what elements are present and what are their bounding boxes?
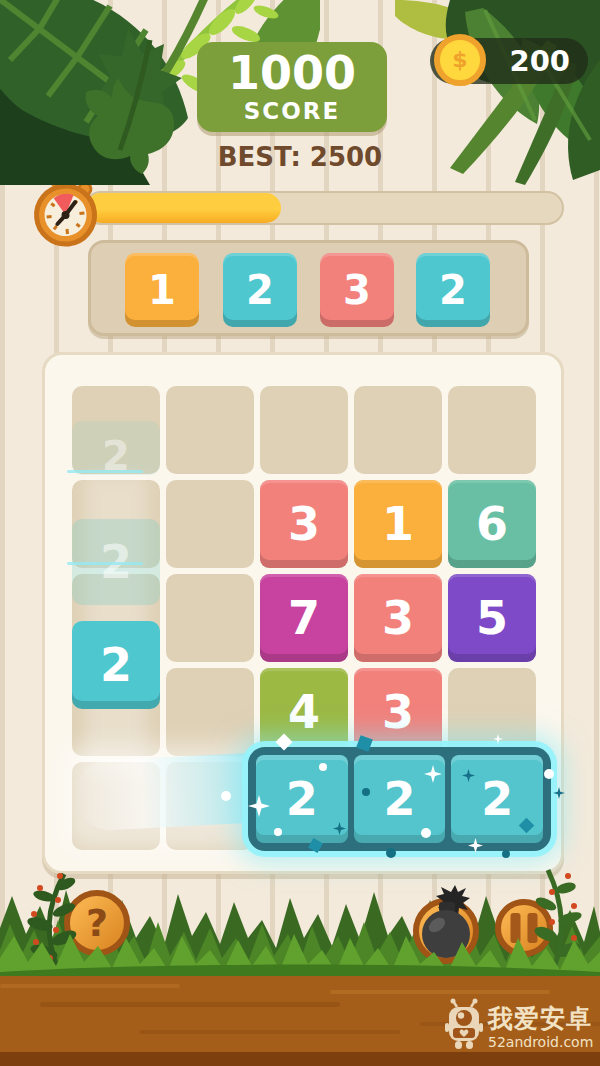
sparkle <box>502 850 510 858</box>
grid-cell[interactable]: 4 <box>260 668 348 756</box>
grid-cell[interactable]: 3 <box>354 668 442 756</box>
board-tile-5[interactable]: 5 <box>448 574 536 662</box>
score-value: 1000 <box>197 48 387 98</box>
tray-tile-1[interactable]: 1 <box>125 253 199 327</box>
tray-tile-2[interactable]: 2 <box>223 253 297 327</box>
grid-cell[interactable]: 6 <box>448 480 536 568</box>
board-tile-6[interactable]: 6 <box>448 480 536 568</box>
mascot-icon <box>444 998 484 1054</box>
timer-progress-fill <box>86 193 281 223</box>
grid-cell[interactable] <box>166 668 254 756</box>
grid-cell[interactable] <box>260 386 348 474</box>
best-score-text: BEST: 2500 <box>150 142 450 172</box>
tile-tray: 1232 <box>88 240 529 336</box>
timer-stopwatch-icon <box>22 166 110 254</box>
tray-tile-2[interactable]: 2 <box>416 253 490 327</box>
merge-tile-2[interactable]: 2 <box>354 755 446 843</box>
sparkle <box>553 787 565 799</box>
board-tile-1[interactable]: 1 <box>354 480 442 568</box>
grid-cell[interactable] <box>354 386 442 474</box>
site-name: 我爱安卓 <box>488 1002 592 1035</box>
tray-tile-3[interactable]: 3 <box>320 253 394 327</box>
site-url: 52android.com <box>488 1034 593 1050</box>
coin-counter[interactable]: $ 200 <box>430 38 588 84</box>
merge-highlight-group: 222 <box>248 747 551 851</box>
board-tile-3[interactable]: 3 <box>260 480 348 568</box>
timer-progress-track <box>84 191 564 225</box>
grid-cell[interactable] <box>166 574 254 662</box>
grid-cell[interactable]: 3 <box>354 574 442 662</box>
board-tile-7[interactable]: 7 <box>260 574 348 662</box>
motion-trail <box>73 752 266 832</box>
coin-count: 200 <box>509 38 570 84</box>
game-board: 31673543 2 2 2 222 <box>42 352 564 874</box>
grid-cell[interactable] <box>166 480 254 568</box>
merge-tile-2[interactable]: 2 <box>256 755 348 843</box>
grass-front <box>0 920 600 980</box>
falling-tile[interactable]: 2 <box>72 621 160 709</box>
grid-cell[interactable] <box>448 386 536 474</box>
grid-cell[interactable]: 3 <box>260 480 348 568</box>
grid-cell[interactable]: 1 <box>354 480 442 568</box>
falling-tile-ghost: 2 <box>72 421 160 475</box>
board-tile-3[interactable]: 3 <box>354 668 442 756</box>
coin-icon: $ <box>434 34 486 86</box>
watermark: 我爱安卓 52android.com <box>440 998 600 1058</box>
board-tile-3[interactable]: 3 <box>354 574 442 662</box>
grid-cell[interactable]: 5 <box>448 574 536 662</box>
grid-cell[interactable]: 7 <box>260 574 348 662</box>
board-tile-4[interactable]: 4 <box>260 668 348 756</box>
grid-cell[interactable] <box>448 668 536 756</box>
score-panel: 1000 SCORE <box>197 42 387 132</box>
game-screen: 1000 SCORE BEST: 2500 $ 200 1232 31673 <box>0 0 600 1066</box>
merge-tile-2[interactable]: 2 <box>451 755 543 843</box>
grid-cell[interactable] <box>166 386 254 474</box>
score-label: SCORE <box>197 98 387 124</box>
